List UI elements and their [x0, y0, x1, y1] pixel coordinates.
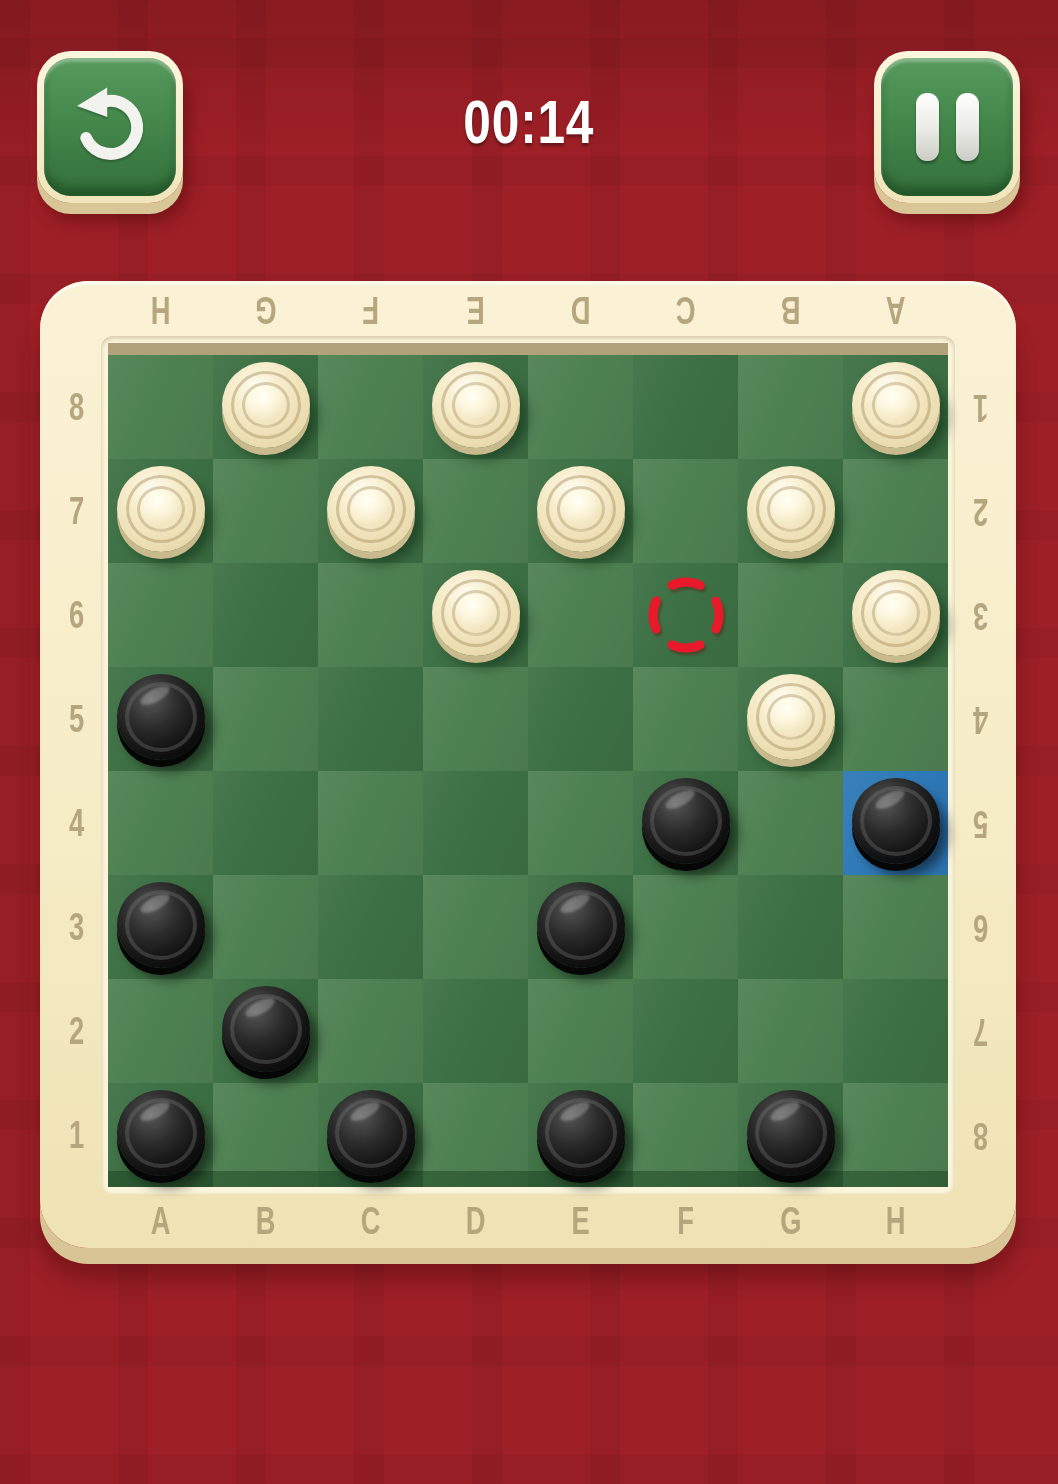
- rank-label-left-7-text: 7: [69, 490, 84, 533]
- board-bottom-shadow: [108, 1171, 948, 1187]
- board-top-bezel: [108, 343, 948, 355]
- file-label-bottom-G: G: [738, 1197, 843, 1245]
- square-b3[interactable]: [213, 875, 318, 979]
- square-a5[interactable]: [108, 667, 213, 771]
- rank-label-right-5: 5: [958, 771, 1004, 875]
- square-c5[interactable]: [318, 667, 423, 771]
- white-piece-h8[interactable]: [852, 362, 940, 448]
- file-label-bottom-C: C: [318, 1197, 423, 1245]
- rank-label-right-2: 2: [958, 459, 1004, 563]
- square-a2[interactable]: [108, 979, 213, 1083]
- rank-label-right-8-text: 8: [973, 1114, 988, 1157]
- file-label-top-E: E: [423, 285, 528, 333]
- rank-label-left-5: 5: [54, 667, 100, 771]
- square-f8[interactable]: [633, 355, 738, 459]
- rank-label-left-1: 1: [54, 1083, 100, 1187]
- move-target-indicator[interactable]: [643, 572, 729, 658]
- black-piece-b2[interactable]: [222, 986, 310, 1072]
- file-label-top-A-text: A: [886, 288, 906, 331]
- black-piece-c1[interactable]: [327, 1090, 415, 1176]
- file-label-top-H-text: H: [151, 288, 171, 331]
- file-label-top-D-text: D: [571, 288, 591, 331]
- square-g8[interactable]: [738, 355, 843, 459]
- file-labels-bottom: ABCDEFGH: [108, 1197, 948, 1245]
- square-c3[interactable]: [318, 875, 423, 979]
- file-label-top-F: F: [318, 285, 423, 333]
- rank-label-left-2-text: 2: [69, 1010, 84, 1053]
- file-label-top-E-text: E: [466, 288, 484, 331]
- square-b2[interactable]: [213, 979, 318, 1083]
- square-a4[interactable]: [108, 771, 213, 875]
- square-f5[interactable]: [633, 667, 738, 771]
- pause-bar-left: [916, 93, 939, 161]
- file-label-top-C: C: [633, 285, 738, 333]
- file-label-bottom-B-text: B: [256, 1200, 276, 1243]
- rank-label-right-8: 8: [958, 1083, 1004, 1187]
- square-a7[interactable]: [108, 459, 213, 563]
- file-label-top-D: D: [528, 285, 633, 333]
- file-label-bottom-B: B: [213, 1197, 318, 1245]
- black-piece-e1[interactable]: [537, 1090, 625, 1176]
- square-g5[interactable]: [738, 667, 843, 771]
- black-piece-g1[interactable]: [747, 1090, 835, 1176]
- square-b7[interactable]: [213, 459, 318, 563]
- square-e3[interactable]: [528, 875, 633, 979]
- square-b5[interactable]: [213, 667, 318, 771]
- square-h3[interactable]: [843, 875, 948, 979]
- rank-label-left-2: 2: [54, 979, 100, 1083]
- white-piece-g5[interactable]: [747, 674, 835, 760]
- file-label-top-G-text: G: [255, 288, 276, 331]
- rank-label-right-6: 6: [958, 875, 1004, 979]
- file-label-bottom-A: A: [108, 1197, 213, 1245]
- file-label-bottom-E: E: [528, 1197, 633, 1245]
- rank-label-left-4: 4: [54, 771, 100, 875]
- square-b6[interactable]: [213, 563, 318, 667]
- square-g3[interactable]: [738, 875, 843, 979]
- file-label-bottom-F: F: [633, 1197, 738, 1245]
- board-grid: [108, 355, 948, 1187]
- square-d3[interactable]: [423, 875, 528, 979]
- square-d6[interactable]: [423, 563, 528, 667]
- file-label-bottom-A-text: A: [151, 1200, 171, 1243]
- square-h6[interactable]: [843, 563, 948, 667]
- square-c8[interactable]: [318, 355, 423, 459]
- white-piece-g7[interactable]: [747, 466, 835, 552]
- rank-label-right-1: 1: [958, 355, 1004, 459]
- rank-label-right-5-text: 5: [973, 802, 988, 845]
- square-e5[interactable]: [528, 667, 633, 771]
- rank-label-left-3: 3: [54, 875, 100, 979]
- file-label-top-H: H: [108, 285, 213, 333]
- rank-label-left-7: 7: [54, 459, 100, 563]
- rank-label-right-4: 4: [958, 667, 1004, 771]
- white-piece-d8[interactable]: [432, 362, 520, 448]
- rank-label-right-3-text: 3: [973, 594, 988, 637]
- rank-label-left-3-text: 3: [69, 906, 84, 949]
- black-piece-a3[interactable]: [117, 882, 205, 968]
- square-d5[interactable]: [423, 667, 528, 771]
- square-d2[interactable]: [423, 979, 528, 1083]
- square-a8[interactable]: [108, 355, 213, 459]
- square-e6[interactable]: [528, 563, 633, 667]
- white-piece-e7[interactable]: [537, 466, 625, 552]
- rank-label-left-4-text: 4: [69, 802, 84, 845]
- black-piece-h4[interactable]: [852, 778, 940, 864]
- white-piece-a7[interactable]: [117, 466, 205, 552]
- rank-label-right-2-text: 2: [973, 490, 988, 533]
- pause-button[interactable]: [874, 51, 1020, 203]
- square-c2[interactable]: [318, 979, 423, 1083]
- square-e7[interactable]: [528, 459, 633, 563]
- board-field: [101, 336, 955, 1194]
- rank-label-left-6-text: 6: [69, 594, 84, 637]
- square-e2[interactable]: [528, 979, 633, 1083]
- rank-label-left-8-text: 8: [69, 386, 84, 429]
- square-d7[interactable]: [423, 459, 528, 563]
- square-e4[interactable]: [528, 771, 633, 875]
- square-g2[interactable]: [738, 979, 843, 1083]
- square-c4[interactable]: [318, 771, 423, 875]
- square-h2[interactable]: [843, 979, 948, 1083]
- checkers-app: { "game": "checkers", "hud": { "timer": …: [0, 0, 1058, 1484]
- black-piece-f4[interactable]: [642, 778, 730, 864]
- square-h8[interactable]: [843, 355, 948, 459]
- file-labels-top: HGFEDCBA: [108, 285, 948, 333]
- rank-labels-right: 12345678: [958, 355, 1004, 1187]
- white-piece-h6[interactable]: [852, 570, 940, 656]
- pause-button-face: [881, 58, 1013, 196]
- square-g7[interactable]: [738, 459, 843, 563]
- file-label-bottom-G-text: G: [780, 1200, 801, 1243]
- file-label-bottom-E-text: E: [571, 1200, 589, 1243]
- rank-label-left-5-text: 5: [69, 698, 84, 741]
- rank-label-left-6: 6: [54, 563, 100, 667]
- file-label-top-A: A: [843, 285, 948, 333]
- rank-label-right-7-text: 7: [973, 1010, 988, 1053]
- white-piece-c7[interactable]: [327, 466, 415, 552]
- square-h5[interactable]: [843, 667, 948, 771]
- black-piece-e3[interactable]: [537, 882, 625, 968]
- file-label-bottom-D-text: D: [466, 1200, 486, 1243]
- black-piece-a1[interactable]: [117, 1090, 205, 1176]
- white-piece-d6[interactable]: [432, 570, 520, 656]
- pause-bar-right: [956, 93, 979, 161]
- rank-labels-left: 87654321: [54, 355, 100, 1187]
- file-label-top-F-text: F: [362, 288, 379, 331]
- file-label-bottom-F-text: F: [677, 1200, 694, 1243]
- rank-label-right-4-text: 4: [973, 698, 988, 741]
- square-g6[interactable]: [738, 563, 843, 667]
- square-a6[interactable]: [108, 563, 213, 667]
- square-f6[interactable]: [633, 563, 738, 667]
- file-label-bottom-H: H: [843, 1197, 948, 1245]
- square-d8[interactable]: [423, 355, 528, 459]
- rank-label-left-1-text: 1: [69, 1114, 84, 1157]
- board-frame: HGFEDCBA ABCDEFGH 87654321 12345678: [40, 281, 1016, 1248]
- square-f7[interactable]: [633, 459, 738, 563]
- square-b8[interactable]: [213, 355, 318, 459]
- white-piece-b8[interactable]: [222, 362, 310, 448]
- rank-label-right-3: 3: [958, 563, 1004, 667]
- square-h7[interactable]: [843, 459, 948, 563]
- file-label-top-C-text: C: [676, 288, 696, 331]
- square-f4[interactable]: [633, 771, 738, 875]
- rank-label-right-7: 7: [958, 979, 1004, 1083]
- file-label-bottom-C-text: C: [361, 1200, 381, 1243]
- rank-label-right-6-text: 6: [973, 906, 988, 949]
- square-d4[interactable]: [423, 771, 528, 875]
- file-label-bottom-D: D: [423, 1197, 528, 1245]
- file-label-bottom-H-text: H: [886, 1200, 906, 1243]
- square-f2[interactable]: [633, 979, 738, 1083]
- square-c7[interactable]: [318, 459, 423, 563]
- rank-label-right-1-text: 1: [973, 386, 988, 429]
- square-f3[interactable]: [633, 875, 738, 979]
- square-h4[interactable]: [843, 771, 948, 875]
- square-e8[interactable]: [528, 355, 633, 459]
- square-c6[interactable]: [318, 563, 423, 667]
- square-a3[interactable]: [108, 875, 213, 979]
- file-label-top-B: B: [738, 285, 843, 333]
- file-label-top-G: G: [213, 285, 318, 333]
- pause-icon: [916, 93, 979, 161]
- black-piece-a5[interactable]: [117, 674, 205, 760]
- file-label-top-B-text: B: [781, 288, 801, 331]
- square-g4[interactable]: [738, 771, 843, 875]
- square-b4[interactable]: [213, 771, 318, 875]
- rank-label-left-8: 8: [54, 355, 100, 459]
